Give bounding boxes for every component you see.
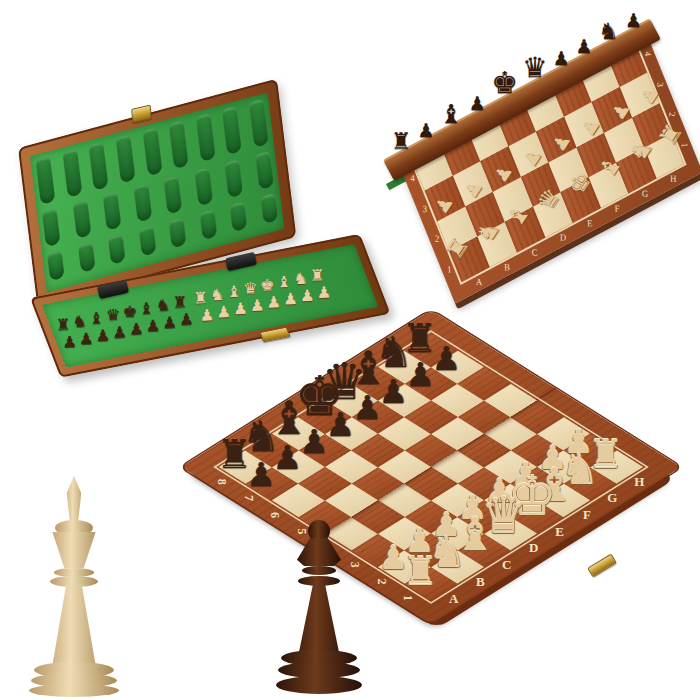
- black-pawn-a7: ♟: [242, 458, 280, 491]
- rank-label-2: 2: [376, 578, 388, 584]
- standing-black-pawn-10: ♟: [625, 11, 642, 30]
- file-label-g: G: [608, 491, 618, 504]
- folded-rank-label-left-2: 2: [435, 235, 439, 245]
- piece-slot: [164, 175, 183, 214]
- piece-slot: [260, 193, 278, 224]
- folded-rank-label-left-3: 3: [422, 204, 426, 214]
- folded-file-label-a: A: [476, 278, 482, 288]
- folded-file-label-f: F: [615, 204, 620, 214]
- hero-dark-queen: [276, 520, 362, 698]
- file-label-a: A: [449, 591, 458, 604]
- stored-black-bishop: ♝: [88, 311, 106, 327]
- stored-black-bishop: ♝: [138, 301, 156, 317]
- file-label-d: D: [529, 541, 538, 554]
- king-base-3: [29, 684, 119, 697]
- stored-black-knight: ♞: [154, 298, 172, 314]
- king-body: [42, 584, 106, 666]
- stored-black-knight: ♞: [71, 314, 89, 330]
- folded-file-label-b: B: [504, 263, 510, 273]
- piece-slot: [230, 201, 248, 232]
- stored-black-pawn: ♟: [161, 315, 179, 331]
- standing-black-pawn-8: ♟: [576, 37, 593, 56]
- file-label-e: E: [556, 525, 565, 538]
- piece-slot: [77, 242, 95, 273]
- stored-white-pawn: ♟: [215, 304, 233, 320]
- folded-rank-label-left-4: 4: [410, 174, 414, 184]
- standing-black-knight-9: ♞: [599, 20, 620, 43]
- piece-slot: [35, 156, 55, 205]
- stored-black-rook: ♜: [171, 294, 189, 310]
- stored-white-rook: ♜: [192, 290, 210, 306]
- folded-file-label-h: H: [670, 175, 676, 185]
- folded-board: 4321 4321 ABCDEFGH ♟♟♟♟♟♟♟♟ ♜♞♝♛♚♝♞♜ ♜♟♝…: [338, 0, 700, 312]
- file-label-f: F: [582, 508, 590, 521]
- main-board-frame: ♜♟♟♜♞♟♟♞♝♟♟♝♛♟♟♚♚♟♟♛♝♟♟♝♞♟♟♞♜♟♟♜ 8765432…: [181, 310, 682, 624]
- standing-black-king-5: ♚: [491, 69, 518, 99]
- queen-base-3: [276, 676, 362, 694]
- queen-crown-cup: [297, 538, 341, 566]
- piece-slot: [142, 127, 162, 176]
- stored-dark-pieces: ♜♞♝♛♚♝♞♜♟♟♟♟♟♟♟♟: [52, 293, 198, 351]
- piece-slot: [42, 208, 61, 247]
- piece-slot: [196, 113, 216, 162]
- stored-black-queen: ♛: [104, 307, 122, 323]
- folded-rank-label-left-1: 1: [447, 265, 451, 275]
- piece-slot: [249, 99, 269, 148]
- piece-slot: [199, 209, 217, 240]
- standing-black-bishop-3: ♝: [440, 101, 463, 127]
- hero-white-king: [28, 476, 120, 698]
- piece-slot: [225, 159, 244, 198]
- rank-label-1: 1: [402, 595, 414, 601]
- stored-white-pawn: ♟: [232, 301, 250, 317]
- queen-body: [289, 584, 349, 654]
- folded-rank-label-right-2: 2: [667, 112, 676, 117]
- folded-file-label-d: D: [559, 233, 565, 243]
- piece-slot: [169, 120, 189, 169]
- piece-slot: [89, 142, 109, 191]
- stored-black-pawn: ♟: [61, 334, 79, 350]
- folded-file-label-g: G: [642, 190, 648, 200]
- product-photo-scene: ♜♞♝♛♚♝♞♜♟♟♟♟♟♟♟♟♜♞♝♛♚♝♞♜♟♟♟♟♟♟♟♟ 4321 43…: [0, 0, 700, 700]
- white-rook-a1: ♜: [401, 551, 439, 591]
- stored-black-pawn: ♟: [77, 331, 95, 347]
- stored-black-pawn: ♟: [144, 318, 162, 334]
- file-label-c: C: [502, 558, 511, 571]
- stored-black-pawn: ♟: [94, 328, 112, 344]
- rank-label-6: 6: [270, 512, 282, 518]
- piece-slot: [103, 192, 122, 231]
- king-finial: [61, 476, 87, 526]
- standing-black-rook-1: ♜: [391, 130, 412, 153]
- folded-file-label-e: E: [588, 219, 593, 229]
- stored-black-pawn: ♟: [111, 324, 129, 340]
- file-label-h: H: [634, 475, 644, 488]
- king-crown-cup: [47, 532, 101, 568]
- piece-slot: [133, 184, 152, 223]
- stored-white-pawn: ♟: [198, 307, 216, 323]
- standing-black-queen-6: ♛: [523, 54, 548, 82]
- piece-slot: [115, 135, 135, 184]
- stored-white-knight: ♞: [292, 271, 310, 287]
- lid-clasp: [131, 105, 152, 124]
- piece-slot: [255, 151, 274, 190]
- folded-rank-label-right-4: 4: [643, 51, 652, 56]
- piece-slot: [47, 250, 65, 281]
- folded-file-label-c: C: [532, 248, 538, 258]
- folded-rank-label-right-3: 3: [655, 82, 664, 87]
- stored-white-bishop: ♝: [225, 284, 243, 300]
- piece-slot: [72, 200, 91, 239]
- standing-black-pawn-2: ♟: [417, 121, 434, 140]
- stored-black-pawn: ♟: [127, 321, 145, 337]
- piece-slot: [62, 149, 82, 198]
- queen-ring: [302, 566, 336, 575]
- piece-slot: [169, 218, 187, 249]
- stored-white-bishop: ♝: [275, 274, 293, 290]
- piece-slot: [194, 167, 213, 206]
- standing-black-pawn-4: ♟: [469, 94, 486, 113]
- standing-black-pawn-7: ♟: [553, 49, 570, 68]
- stored-black-pawn: ♟: [178, 311, 196, 327]
- piece-slot: [108, 234, 126, 265]
- stored-white-rook: ♜: [308, 268, 326, 284]
- stored-black-king: ♚: [121, 304, 139, 320]
- rank-label-7: 7: [243, 495, 255, 501]
- rank-label-8: 8: [217, 478, 229, 484]
- piece-slot: [138, 226, 156, 257]
- stored-white-knight: ♞: [208, 287, 226, 303]
- piece-slot: [222, 106, 242, 155]
- stored-black-rook: ♜: [54, 317, 72, 333]
- file-label-b: B: [476, 575, 485, 588]
